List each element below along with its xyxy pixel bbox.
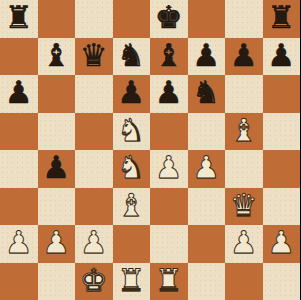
- chess-board: ♜♚♜♝♛♞♝♟♟♟♟♟♟♞♞♝♟♞♟♟♝♛♟♟♟♟♟♚♜♜: [0, 0, 300, 300]
- square-d8[interactable]: [113, 0, 151, 38]
- square-f6[interactable]: ♞: [188, 75, 226, 113]
- square-h3[interactable]: [263, 188, 301, 226]
- square-b2[interactable]: ♟: [38, 225, 76, 263]
- piece-white-pawn[interactable]: ♟: [42, 227, 70, 258]
- square-a4[interactable]: [0, 150, 38, 188]
- square-h2[interactable]: ♟: [263, 225, 301, 263]
- square-c7[interactable]: ♛: [75, 38, 113, 76]
- piece-white-pawn[interactable]: ♟: [267, 227, 295, 258]
- square-h8[interactable]: ♜: [263, 0, 301, 38]
- square-b5[interactable]: [38, 113, 76, 151]
- square-g3[interactable]: ♛: [225, 188, 263, 226]
- square-f4[interactable]: ♟: [188, 150, 226, 188]
- square-h1[interactable]: [263, 263, 301, 300]
- square-g7[interactable]: ♟: [225, 38, 263, 76]
- square-a7[interactable]: [0, 38, 38, 76]
- piece-black-bishop[interactable]: ♝: [42, 40, 70, 71]
- square-f3[interactable]: [188, 188, 226, 226]
- square-g4[interactable]: [225, 150, 263, 188]
- square-e6[interactable]: ♟: [150, 75, 188, 113]
- piece-black-pawn[interactable]: ♟: [117, 77, 145, 108]
- square-a5[interactable]: [0, 113, 38, 151]
- square-b1[interactable]: [38, 263, 76, 300]
- piece-black-pawn[interactable]: ♟: [192, 40, 220, 71]
- square-f2[interactable]: [188, 225, 226, 263]
- square-d4[interactable]: ♞: [113, 150, 151, 188]
- square-g6[interactable]: [225, 75, 263, 113]
- square-d6[interactable]: ♟: [113, 75, 151, 113]
- piece-white-rook[interactable]: ♜: [155, 265, 183, 296]
- piece-black-pawn[interactable]: ♟: [155, 77, 183, 108]
- square-b8[interactable]: [38, 0, 76, 38]
- square-a2[interactable]: ♟: [0, 225, 38, 263]
- square-c1[interactable]: ♚: [75, 263, 113, 300]
- square-g8[interactable]: [225, 0, 263, 38]
- square-e2[interactable]: [150, 225, 188, 263]
- square-e4[interactable]: ♟: [150, 150, 188, 188]
- square-h5[interactable]: [263, 113, 301, 151]
- square-a6[interactable]: ♟: [0, 75, 38, 113]
- square-f7[interactable]: ♟: [188, 38, 226, 76]
- square-e7[interactable]: ♝: [150, 38, 188, 76]
- piece-white-pawn[interactable]: ♟: [5, 227, 33, 258]
- piece-white-knight[interactable]: ♞: [117, 152, 145, 183]
- square-a8[interactable]: ♜: [0, 0, 38, 38]
- piece-black-pawn[interactable]: ♟: [42, 152, 70, 183]
- square-e5[interactable]: [150, 113, 188, 151]
- square-g1[interactable]: [225, 263, 263, 300]
- piece-white-pawn[interactable]: ♟: [155, 152, 183, 183]
- square-a3[interactable]: [0, 188, 38, 226]
- piece-white-knight[interactable]: ♞: [117, 115, 145, 146]
- square-h7[interactable]: ♟: [263, 38, 301, 76]
- piece-black-knight[interactable]: ♞: [117, 40, 145, 71]
- square-b6[interactable]: [38, 75, 76, 113]
- square-d1[interactable]: ♜: [113, 263, 151, 300]
- piece-white-bishop[interactable]: ♝: [117, 190, 145, 221]
- square-g2[interactable]: ♟: [225, 225, 263, 263]
- square-h4[interactable]: [263, 150, 301, 188]
- square-b4[interactable]: ♟: [38, 150, 76, 188]
- piece-black-pawn[interactable]: ♟: [5, 77, 33, 108]
- piece-white-king[interactable]: ♚: [80, 265, 108, 296]
- piece-black-queen[interactable]: ♛: [80, 40, 108, 71]
- square-c8[interactable]: [75, 0, 113, 38]
- square-c3[interactable]: [75, 188, 113, 226]
- square-e3[interactable]: [150, 188, 188, 226]
- square-f1[interactable]: [188, 263, 226, 300]
- piece-white-bishop[interactable]: ♝: [230, 115, 258, 146]
- piece-black-bishop[interactable]: ♝: [155, 40, 183, 71]
- square-f5[interactable]: [188, 113, 226, 151]
- square-e1[interactable]: ♜: [150, 263, 188, 300]
- square-h6[interactable]: [263, 75, 301, 113]
- piece-black-knight[interactable]: ♞: [192, 77, 220, 108]
- piece-white-pawn[interactable]: ♟: [192, 152, 220, 183]
- piece-black-rook[interactable]: ♜: [5, 2, 33, 33]
- piece-white-queen[interactable]: ♛: [230, 190, 258, 221]
- square-f8[interactable]: [188, 0, 226, 38]
- square-d3[interactable]: ♝: [113, 188, 151, 226]
- square-d5[interactable]: ♞: [113, 113, 151, 151]
- square-d7[interactable]: ♞: [113, 38, 151, 76]
- piece-black-pawn[interactable]: ♟: [230, 40, 258, 71]
- piece-white-pawn[interactable]: ♟: [80, 227, 108, 258]
- piece-white-pawn[interactable]: ♟: [230, 227, 258, 258]
- square-a1[interactable]: [0, 263, 38, 300]
- square-d2[interactable]: [113, 225, 151, 263]
- square-c6[interactable]: [75, 75, 113, 113]
- piece-black-king[interactable]: ♚: [155, 2, 183, 33]
- square-g5[interactable]: ♝: [225, 113, 263, 151]
- square-c4[interactable]: [75, 150, 113, 188]
- piece-black-rook[interactable]: ♜: [267, 2, 295, 33]
- square-b7[interactable]: ♝: [38, 38, 76, 76]
- piece-white-rook[interactable]: ♜: [117, 265, 145, 296]
- piece-black-pawn[interactable]: ♟: [267, 40, 295, 71]
- square-e8[interactable]: ♚: [150, 0, 188, 38]
- square-b3[interactable]: [38, 188, 76, 226]
- square-c5[interactable]: [75, 113, 113, 151]
- square-c2[interactable]: ♟: [75, 225, 113, 263]
